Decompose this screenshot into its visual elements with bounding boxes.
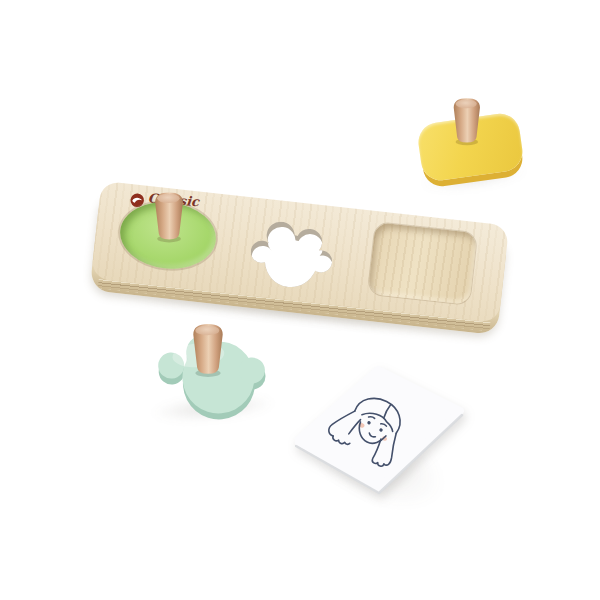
- mint-piece-knob: [187, 322, 229, 378]
- circle-piece-knob: [149, 190, 189, 243]
- picture-card: [295, 364, 465, 496]
- yellow-square-piece: [416, 111, 526, 191]
- flower-slot-cutout: [242, 209, 342, 293]
- square-slot-recess: [368, 222, 477, 305]
- product-photo: Classic WORLD: [0, 0, 600, 600]
- card-face: [297, 370, 460, 488]
- yellow-piece-knob: [447, 96, 487, 146]
